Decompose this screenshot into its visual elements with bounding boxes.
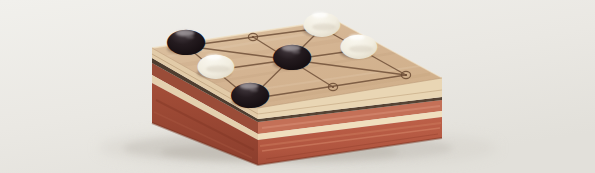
white-stone[interactable]: ● xyxy=(301,3,343,40)
black-stone[interactable]: ● xyxy=(228,74,272,112)
svg-text:●: ● xyxy=(270,36,314,74)
svg-text:●: ● xyxy=(338,25,380,62)
black-stone[interactable]: ● xyxy=(270,36,314,74)
svg-text:●: ● xyxy=(228,74,272,112)
svg-text:●: ● xyxy=(301,3,343,40)
board-photo-scene: ●●●●●● xyxy=(0,0,595,173)
white-stone[interactable]: ● xyxy=(338,25,380,62)
tapatan-board-photo: ●●●●●● xyxy=(0,0,595,173)
